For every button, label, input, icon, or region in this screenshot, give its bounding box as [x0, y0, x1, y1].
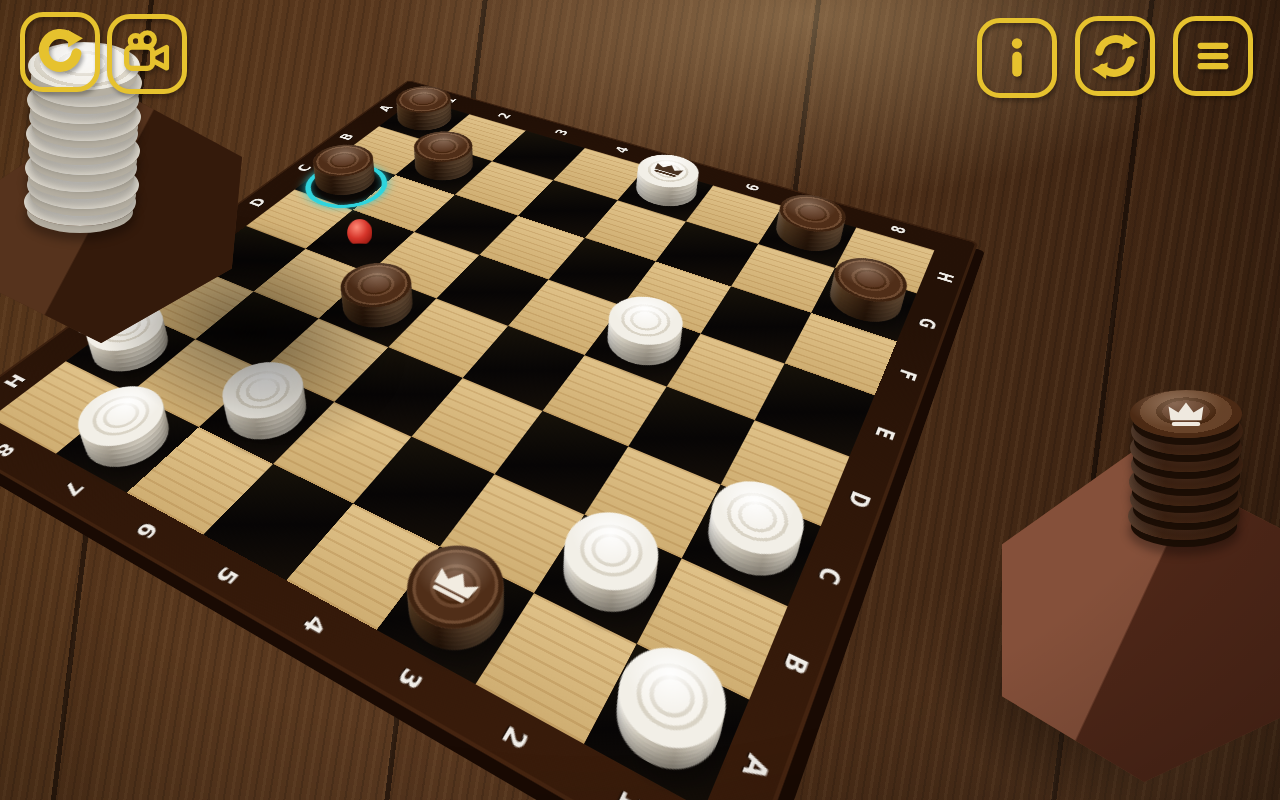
restart-button[interactable] [1075, 16, 1155, 96]
undo-button[interactable] [20, 12, 100, 92]
piece-brown-man[interactable] [821, 274, 908, 335]
crown-icon [1130, 390, 1242, 438]
menu-button[interactable] [1173, 16, 1253, 96]
sync-arrows-icon [1088, 29, 1142, 83]
hamburger-menu-icon [1188, 31, 1238, 81]
record-button[interactable] [107, 14, 187, 94]
video-camera-icon [121, 28, 173, 80]
move-target-dot[interactable] [347, 219, 372, 246]
info-button[interactable] [977, 18, 1057, 98]
game-screen: 18AH27BG36CF45DE54ED63FC72GB81HA [0, 0, 1280, 800]
info-icon [992, 33, 1042, 83]
undo-icon [34, 26, 86, 78]
brown-tray-disc [1130, 390, 1242, 438]
